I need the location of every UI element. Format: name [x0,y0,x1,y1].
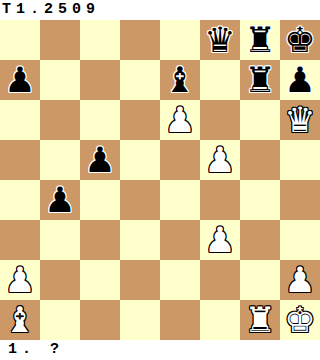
square-e1[interactable] [160,300,200,340]
square-a3[interactable] [0,220,40,260]
square-h4[interactable] [280,180,320,220]
square-g2[interactable] [240,260,280,300]
black-rook-piece: ♜ [244,60,275,100]
white-rook-piece: ♜ [244,300,275,340]
square-b4[interactable]: ♟ [40,180,80,220]
white-pawn-piece: ♟ [4,260,35,300]
square-h1[interactable]: ♚ [280,300,320,340]
square-a1[interactable]: ♝ [0,300,40,340]
square-g3[interactable] [240,220,280,260]
white-pawn-piece: ♟ [204,220,235,260]
square-c7[interactable] [80,60,120,100]
square-a2[interactable]: ♟ [0,260,40,300]
square-d8[interactable] [120,20,160,60]
square-g6[interactable] [240,100,280,140]
square-c3[interactable] [80,220,120,260]
square-b8[interactable] [40,20,80,60]
white-pawn-piece: ♟ [284,260,315,300]
square-h7[interactable]: ♟ [280,60,320,100]
black-pawn-piece: ♟ [84,140,115,180]
square-e7[interactable]: ♝ [160,60,200,100]
square-f8[interactable]: ♛ [200,20,240,60]
square-a8[interactable] [0,20,40,60]
white-bishop-piece: ♝ [4,300,35,340]
square-d7[interactable] [120,60,160,100]
square-e5[interactable] [160,140,200,180]
square-c1[interactable] [80,300,120,340]
square-f6[interactable] [200,100,240,140]
white-king-piece: ♚ [284,300,315,340]
square-d1[interactable] [120,300,160,340]
square-h3[interactable] [280,220,320,260]
square-d4[interactable] [120,180,160,220]
move-prompt: 1. ? [0,340,320,360]
square-g7[interactable]: ♜ [240,60,280,100]
square-g4[interactable] [240,180,280,220]
square-d6[interactable] [120,100,160,140]
square-h5[interactable] [280,140,320,180]
square-f4[interactable] [200,180,240,220]
square-a5[interactable] [0,140,40,180]
square-f2[interactable] [200,260,240,300]
square-b1[interactable] [40,300,80,340]
black-rook-piece: ♜ [244,20,275,60]
white-pawn-piece: ♟ [204,140,235,180]
square-e2[interactable] [160,260,200,300]
square-d5[interactable] [120,140,160,180]
square-g8[interactable]: ♜ [240,20,280,60]
square-c5[interactable]: ♟ [80,140,120,180]
chess-board: ♛♜♚♟♝♜♟♟♛♟♟♟♟♟♟♝♜♚ [0,20,320,340]
square-g5[interactable] [240,140,280,180]
black-bishop-piece: ♝ [164,60,195,100]
black-king-piece: ♚ [284,20,315,60]
square-g1[interactable]: ♜ [240,300,280,340]
white-queen-piece: ♛ [284,100,315,140]
square-e6[interactable]: ♟ [160,100,200,140]
square-e4[interactable] [160,180,200,220]
square-f5[interactable]: ♟ [200,140,240,180]
square-h8[interactable]: ♚ [280,20,320,60]
square-c2[interactable] [80,260,120,300]
white-pawn-piece: ♟ [164,100,195,140]
black-pawn-piece: ♟ [44,180,75,220]
square-d2[interactable] [120,260,160,300]
square-h6[interactable]: ♛ [280,100,320,140]
black-pawn-piece: ♟ [284,60,315,100]
square-a4[interactable] [0,180,40,220]
square-b7[interactable] [40,60,80,100]
square-h2[interactable]: ♟ [280,260,320,300]
square-f3[interactable]: ♟ [200,220,240,260]
square-b5[interactable] [40,140,80,180]
square-c4[interactable] [80,180,120,220]
square-f7[interactable] [200,60,240,100]
square-e3[interactable] [160,220,200,260]
square-a7[interactable]: ♟ [0,60,40,100]
black-pawn-piece: ♟ [4,60,35,100]
square-d3[interactable] [120,220,160,260]
square-e8[interactable] [160,20,200,60]
square-b2[interactable] [40,260,80,300]
square-a6[interactable] [0,100,40,140]
square-c6[interactable] [80,100,120,140]
square-b6[interactable] [40,100,80,140]
square-f1[interactable] [200,300,240,340]
black-queen-piece: ♛ [204,20,235,60]
problem-id-label: T1.2509 [0,0,320,20]
square-b3[interactable] [40,220,80,260]
square-c8[interactable] [80,20,120,60]
